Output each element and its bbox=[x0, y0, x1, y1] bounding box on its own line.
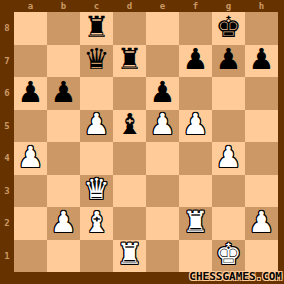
black-bishop-d5[interactable]: ♝ bbox=[117, 110, 143, 139]
white-pawn-c5[interactable]: ♟ bbox=[84, 110, 110, 139]
white-pawn-h2[interactable]: ♟ bbox=[249, 208, 275, 237]
square-e4[interactable] bbox=[146, 142, 179, 175]
square-c7[interactable]: ♛ bbox=[80, 45, 113, 78]
rank-labels: 87654321 bbox=[0, 12, 14, 272]
square-b8[interactable] bbox=[47, 12, 80, 45]
square-d6[interactable] bbox=[113, 77, 146, 110]
file-label-b: b bbox=[47, 0, 80, 12]
rank-label-6: 6 bbox=[0, 77, 14, 110]
square-b3[interactable] bbox=[47, 175, 80, 208]
black-king-g8[interactable]: ♚ bbox=[216, 13, 242, 42]
square-d4[interactable] bbox=[113, 142, 146, 175]
square-c3[interactable]: ♛ bbox=[80, 175, 113, 208]
square-d7[interactable]: ♜ bbox=[113, 45, 146, 78]
square-c8[interactable]: ♜ bbox=[80, 12, 113, 45]
square-f3[interactable] bbox=[179, 175, 212, 208]
chess-diagram: abcdefgh 87654321 ♜♚♛♜♟♟♟♟♟♟♟♝♟♟♟♟♛♟♝♜♟♜… bbox=[0, 0, 284, 284]
square-c2[interactable]: ♝ bbox=[80, 207, 113, 240]
square-f1[interactable] bbox=[179, 240, 212, 273]
square-e7[interactable] bbox=[146, 45, 179, 78]
black-queen-c7[interactable]: ♛ bbox=[84, 45, 110, 74]
square-g5[interactable] bbox=[212, 110, 245, 143]
file-label-d: d bbox=[113, 0, 146, 12]
square-e2[interactable] bbox=[146, 207, 179, 240]
square-b5[interactable] bbox=[47, 110, 80, 143]
square-b6[interactable]: ♟ bbox=[47, 77, 80, 110]
white-pawn-a4[interactable]: ♟ bbox=[18, 143, 44, 172]
square-a4[interactable]: ♟ bbox=[14, 142, 47, 175]
square-f6[interactable] bbox=[179, 77, 212, 110]
file-label-a: a bbox=[14, 0, 47, 12]
square-g4[interactable]: ♟ bbox=[212, 142, 245, 175]
square-b2[interactable]: ♟ bbox=[47, 207, 80, 240]
rank-label-7: 7 bbox=[0, 45, 14, 78]
square-h8[interactable] bbox=[245, 12, 278, 45]
white-rook-d1[interactable]: ♜ bbox=[117, 240, 143, 269]
square-c1[interactable] bbox=[80, 240, 113, 273]
square-e3[interactable] bbox=[146, 175, 179, 208]
file-label-h: h bbox=[245, 0, 278, 12]
square-d5[interactable]: ♝ bbox=[113, 110, 146, 143]
white-queen-c3[interactable]: ♛ bbox=[84, 175, 110, 204]
square-f5[interactable]: ♟ bbox=[179, 110, 212, 143]
rank-label-1: 1 bbox=[0, 240, 14, 273]
black-pawn-a6[interactable]: ♟ bbox=[18, 78, 44, 107]
square-c5[interactable]: ♟ bbox=[80, 110, 113, 143]
square-a6[interactable]: ♟ bbox=[14, 77, 47, 110]
white-pawn-e5[interactable]: ♟ bbox=[150, 110, 176, 139]
square-h5[interactable] bbox=[245, 110, 278, 143]
square-h2[interactable]: ♟ bbox=[245, 207, 278, 240]
square-e8[interactable] bbox=[146, 12, 179, 45]
square-d8[interactable] bbox=[113, 12, 146, 45]
white-pawn-g4[interactable]: ♟ bbox=[216, 143, 242, 172]
square-d3[interactable] bbox=[113, 175, 146, 208]
white-pawn-b2[interactable]: ♟ bbox=[51, 208, 77, 237]
square-h3[interactable] bbox=[245, 175, 278, 208]
black-pawn-e6[interactable]: ♟ bbox=[150, 78, 176, 107]
black-rook-c8[interactable]: ♜ bbox=[84, 13, 110, 42]
chess-board: ♜♚♛♜♟♟♟♟♟♟♟♝♟♟♟♟♛♟♝♜♟♜♚ bbox=[14, 12, 278, 272]
square-e5[interactable]: ♟ bbox=[146, 110, 179, 143]
square-h4[interactable] bbox=[245, 142, 278, 175]
square-h1[interactable] bbox=[245, 240, 278, 273]
square-g7[interactable]: ♟ bbox=[212, 45, 245, 78]
square-a2[interactable] bbox=[14, 207, 47, 240]
square-h6[interactable] bbox=[245, 77, 278, 110]
square-e6[interactable]: ♟ bbox=[146, 77, 179, 110]
square-e1[interactable] bbox=[146, 240, 179, 273]
square-g2[interactable] bbox=[212, 207, 245, 240]
square-f4[interactable] bbox=[179, 142, 212, 175]
square-a5[interactable] bbox=[14, 110, 47, 143]
square-c6[interactable] bbox=[80, 77, 113, 110]
white-pawn-f5[interactable]: ♟ bbox=[183, 110, 209, 139]
square-f2[interactable]: ♜ bbox=[179, 207, 212, 240]
black-rook-d7[interactable]: ♜ bbox=[117, 45, 143, 74]
file-label-e: e bbox=[146, 0, 179, 12]
square-b4[interactable] bbox=[47, 142, 80, 175]
black-pawn-g7[interactable]: ♟ bbox=[216, 45, 242, 74]
black-pawn-b6[interactable]: ♟ bbox=[51, 78, 77, 107]
rank-label-4: 4 bbox=[0, 142, 14, 175]
white-bishop-c2[interactable]: ♝ bbox=[84, 208, 110, 237]
square-g6[interactable] bbox=[212, 77, 245, 110]
white-king-g1[interactable]: ♚ bbox=[216, 240, 242, 269]
file-label-f: f bbox=[179, 0, 212, 12]
square-f8[interactable] bbox=[179, 12, 212, 45]
square-f7[interactable]: ♟ bbox=[179, 45, 212, 78]
rank-label-8: 8 bbox=[0, 12, 14, 45]
white-rook-f2[interactable]: ♜ bbox=[183, 208, 209, 237]
square-d2[interactable] bbox=[113, 207, 146, 240]
black-pawn-h7[interactable]: ♟ bbox=[249, 45, 275, 74]
square-b7[interactable] bbox=[47, 45, 80, 78]
square-a7[interactable] bbox=[14, 45, 47, 78]
black-pawn-f7[interactable]: ♟ bbox=[183, 45, 209, 74]
square-a3[interactable] bbox=[14, 175, 47, 208]
square-a8[interactable] bbox=[14, 12, 47, 45]
square-c4[interactable] bbox=[80, 142, 113, 175]
square-a1[interactable] bbox=[14, 240, 47, 273]
square-g3[interactable] bbox=[212, 175, 245, 208]
rank-label-2: 2 bbox=[0, 207, 14, 240]
rank-label-5: 5 bbox=[0, 110, 14, 143]
square-g1[interactable]: ♚ bbox=[212, 240, 245, 273]
square-b1[interactable] bbox=[47, 240, 80, 273]
chessgames-watermark: CHESSGAMES.COM bbox=[189, 270, 282, 283]
square-d1[interactable]: ♜ bbox=[113, 240, 146, 273]
rank-label-3: 3 bbox=[0, 175, 14, 208]
square-g8[interactable]: ♚ bbox=[212, 12, 245, 45]
square-h7[interactable]: ♟ bbox=[245, 45, 278, 78]
